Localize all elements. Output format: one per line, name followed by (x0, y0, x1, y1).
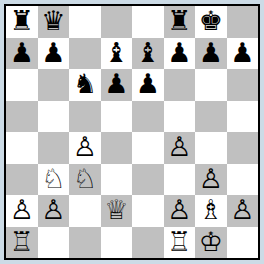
chess-board: ♜♛♜♚♟♟♝♝♟♟♟♞♟♟♙♙♘♘♙♙♙♕♙♗♙♖♖♔ (4, 4, 260, 260)
square-a3[interactable] (6, 164, 38, 196)
square-d4[interactable] (101, 132, 133, 164)
square-g4[interactable] (195, 132, 227, 164)
square-h1[interactable] (227, 227, 259, 259)
square-c5[interactable] (69, 101, 101, 133)
square-e6[interactable]: ♟ (132, 69, 164, 101)
piece-white-knight[interactable]: ♘ (73, 165, 97, 192)
square-f4[interactable]: ♙ (164, 132, 196, 164)
piece-black-queen[interactable]: ♛ (41, 7, 65, 34)
square-h6[interactable] (227, 69, 259, 101)
piece-white-pawn[interactable]: ♙ (41, 196, 65, 223)
piece-white-pawn[interactable]: ♙ (10, 196, 34, 223)
square-b8[interactable]: ♛ (38, 6, 70, 38)
square-a4[interactable] (6, 132, 38, 164)
square-a6[interactable] (6, 69, 38, 101)
square-f6[interactable] (164, 69, 196, 101)
square-d1[interactable] (101, 227, 133, 259)
square-f2[interactable]: ♙ (164, 195, 196, 227)
square-f8[interactable]: ♜ (164, 6, 196, 38)
piece-white-bishop[interactable]: ♗ (199, 196, 223, 223)
square-d7[interactable]: ♝ (101, 38, 133, 70)
piece-white-rook[interactable]: ♖ (10, 228, 34, 255)
square-h7[interactable]: ♟ (227, 38, 259, 70)
square-b3[interactable]: ♘ (38, 164, 70, 196)
square-h4[interactable] (227, 132, 259, 164)
piece-black-pawn[interactable]: ♟ (41, 39, 65, 66)
square-e1[interactable] (132, 227, 164, 259)
piece-black-pawn[interactable]: ♟ (167, 39, 191, 66)
square-e8[interactable] (132, 6, 164, 38)
square-a7[interactable]: ♟ (6, 38, 38, 70)
square-e4[interactable] (132, 132, 164, 164)
square-g2[interactable]: ♗ (195, 195, 227, 227)
piece-white-pawn[interactable]: ♙ (73, 133, 97, 160)
square-a5[interactable] (6, 101, 38, 133)
square-d5[interactable] (101, 101, 133, 133)
piece-black-pawn[interactable]: ♟ (104, 70, 128, 97)
square-g5[interactable] (195, 101, 227, 133)
square-a2[interactable]: ♙ (6, 195, 38, 227)
square-h2[interactable]: ♙ (227, 195, 259, 227)
square-f7[interactable]: ♟ (164, 38, 196, 70)
square-b4[interactable] (38, 132, 70, 164)
square-c3[interactable]: ♘ (69, 164, 101, 196)
square-e5[interactable] (132, 101, 164, 133)
piece-white-rook[interactable]: ♖ (167, 228, 191, 255)
square-b6[interactable] (38, 69, 70, 101)
square-c8[interactable] (69, 6, 101, 38)
piece-black-knight[interactable]: ♞ (73, 70, 97, 97)
square-d8[interactable] (101, 6, 133, 38)
page-background: ♜♛♜♚♟♟♝♝♟♟♟♞♟♟♙♙♘♘♙♙♙♕♙♗♙♖♖♔ (0, 0, 264, 264)
square-f1[interactable]: ♖ (164, 227, 196, 259)
square-b1[interactable] (38, 227, 70, 259)
piece-black-king[interactable]: ♚ (199, 7, 223, 34)
square-c6[interactable]: ♞ (69, 69, 101, 101)
piece-black-rook[interactable]: ♜ (10, 7, 34, 34)
piece-white-pawn[interactable]: ♙ (230, 196, 254, 223)
piece-black-pawn[interactable]: ♟ (10, 39, 34, 66)
square-h3[interactable] (227, 164, 259, 196)
square-c7[interactable] (69, 38, 101, 70)
piece-white-knight[interactable]: ♘ (41, 165, 65, 192)
square-e7[interactable]: ♝ (132, 38, 164, 70)
piece-white-king[interactable]: ♔ (199, 228, 223, 255)
piece-white-queen[interactable]: ♕ (104, 196, 128, 223)
square-h8[interactable] (227, 6, 259, 38)
piece-white-pawn[interactable]: ♙ (199, 165, 223, 192)
square-g3[interactable]: ♙ (195, 164, 227, 196)
square-d2[interactable]: ♕ (101, 195, 133, 227)
piece-white-pawn[interactable]: ♙ (167, 133, 191, 160)
square-c2[interactable] (69, 195, 101, 227)
square-b7[interactable]: ♟ (38, 38, 70, 70)
square-g6[interactable] (195, 69, 227, 101)
square-e3[interactable] (132, 164, 164, 196)
square-f3[interactable] (164, 164, 196, 196)
piece-black-bishop[interactable]: ♝ (136, 39, 160, 66)
square-d3[interactable] (101, 164, 133, 196)
square-g8[interactable]: ♚ (195, 6, 227, 38)
square-g7[interactable]: ♟ (195, 38, 227, 70)
piece-black-pawn[interactable]: ♟ (199, 39, 223, 66)
square-h5[interactable] (227, 101, 259, 133)
square-d6[interactable]: ♟ (101, 69, 133, 101)
piece-black-rook[interactable]: ♜ (167, 7, 191, 34)
piece-black-pawn[interactable]: ♟ (230, 39, 254, 66)
square-f5[interactable] (164, 101, 196, 133)
piece-black-pawn[interactable]: ♟ (136, 70, 160, 97)
piece-black-bishop[interactable]: ♝ (104, 39, 128, 66)
square-c4[interactable]: ♙ (69, 132, 101, 164)
square-b5[interactable] (38, 101, 70, 133)
square-c1[interactable] (69, 227, 101, 259)
square-b2[interactable]: ♙ (38, 195, 70, 227)
square-e2[interactable] (132, 195, 164, 227)
square-a8[interactable]: ♜ (6, 6, 38, 38)
piece-white-pawn[interactable]: ♙ (167, 196, 191, 223)
square-a1[interactable]: ♖ (6, 227, 38, 259)
square-g1[interactable]: ♔ (195, 227, 227, 259)
